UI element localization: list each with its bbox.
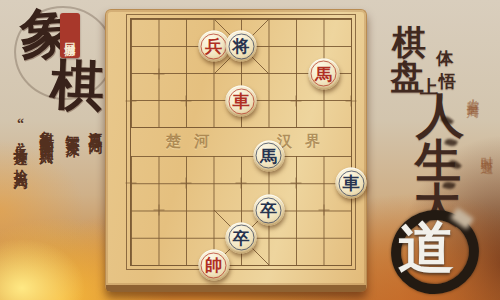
piece-red-general[interactable]: 帥 (198, 250, 229, 281)
piece-label: 将 (233, 38, 250, 55)
title-char-dao: 道 (398, 220, 454, 276)
title-char-wu: 悟 (439, 73, 456, 90)
point-marker (291, 178, 302, 189)
piece-red-chariot[interactable]: 車 (226, 86, 257, 117)
piece-black-general[interactable]: 将 (226, 31, 257, 62)
brand-seal: 同城游 (60, 13, 80, 58)
verse-line-1: 河界三分阔， (86, 121, 104, 147)
piece-black-soldier-1[interactable]: 卒 (253, 195, 284, 226)
point-marker (346, 96, 357, 107)
point-marker (181, 178, 192, 189)
point-marker (153, 205, 164, 216)
verse-line-2: 智谋万丈深 (63, 124, 81, 134)
watermark-line-2: 时时变通 (478, 146, 495, 154)
point-marker (318, 205, 329, 216)
title-char-ren: 人 (416, 92, 464, 140)
point-marker (236, 178, 247, 189)
title-char-ti: 体 (436, 50, 453, 67)
river-label-han-jie: 汉界 (277, 128, 333, 155)
piece-red-horse[interactable]: 馬 (308, 58, 339, 89)
title-char-qi: 棋 (392, 26, 426, 60)
river-label-chu-he: 楚河 (166, 128, 222, 155)
poster: 象 棋 同城游 河界三分阔， 智谋万丈深 象棋似布阵点子如点兵 “兵贵神速”抢先… (0, 0, 500, 300)
verse-line-4: “兵贵神速”抢先入局 (11, 116, 29, 166)
point-marker (126, 96, 137, 107)
piece-label: 兵 (205, 38, 222, 55)
xiangqi-board: 楚河 汉界 兵将馬車馬車卒卒帥 (105, 9, 367, 292)
piece-black-horse[interactable]: 馬 (253, 140, 284, 171)
point-marker (181, 96, 192, 107)
piece-label: 馬 (260, 147, 277, 164)
piece-black-soldier-2[interactable]: 卒 (226, 222, 257, 253)
piece-black-chariot[interactable]: 車 (336, 168, 367, 199)
piece-label: 帥 (205, 257, 222, 274)
piece-label: 卒 (260, 202, 277, 219)
piece-label: 卒 (233, 229, 250, 246)
verse-line-3: 象棋似布阵点子如点兵 (37, 120, 55, 140)
piece-label: 車 (343, 175, 360, 192)
point-marker (126, 178, 137, 189)
point-marker (153, 68, 164, 79)
board-grid[interactable]: 楚河 汉界 兵将馬車馬車卒卒帥 (130, 18, 352, 266)
watermark-line-1: 掌握时局， (464, 90, 481, 113)
brand-char-qi: 棋 (49, 49, 106, 124)
piece-label: 車 (233, 93, 250, 110)
piece-red-soldier[interactable]: 兵 (198, 31, 229, 62)
piece-label: 馬 (315, 65, 332, 82)
point-marker (291, 96, 302, 107)
